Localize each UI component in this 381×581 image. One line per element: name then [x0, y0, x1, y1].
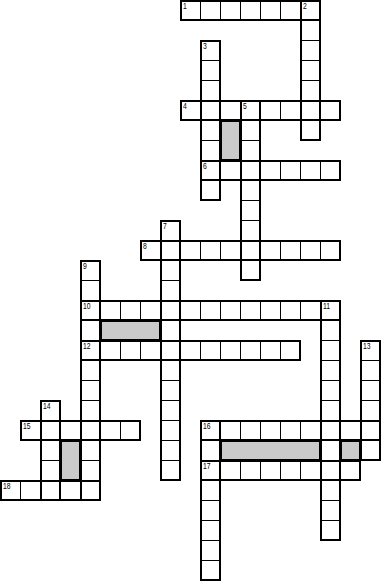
- grid-cell[interactable]: [300, 60, 321, 81]
- grid-cell[interactable]: [240, 240, 261, 261]
- grid-cell[interactable]: [80, 420, 101, 441]
- grid-cell[interactable]: [100, 420, 121, 441]
- grid-cell[interactable]: [160, 440, 181, 461]
- grid-cell[interactable]: [160, 260, 181, 281]
- grid-cell[interactable]: [20, 420, 41, 441]
- grid-cell[interactable]: [200, 120, 221, 141]
- grid-cell[interactable]: [180, 0, 201, 21]
- grid-cell[interactable]: [80, 280, 101, 301]
- grid-cell[interactable]: [80, 320, 101, 341]
- grid-cell[interactable]: [360, 360, 381, 381]
- grid-cell[interactable]: [80, 360, 101, 381]
- grid-cell[interactable]: [320, 500, 341, 521]
- grid-cell[interactable]: [240, 260, 261, 281]
- grid-cell[interactable]: [320, 400, 341, 421]
- grid-cell[interactable]: [60, 420, 81, 441]
- grid-cell[interactable]: [40, 480, 61, 501]
- grid-cell[interactable]: [200, 40, 221, 61]
- grid-cell[interactable]: [240, 420, 261, 441]
- grid-cell[interactable]: [320, 480, 341, 501]
- grid-cell[interactable]: [280, 0, 301, 21]
- grid-cell[interactable]: [180, 100, 201, 121]
- grid-cell[interactable]: [280, 100, 301, 121]
- grid-cell[interactable]: [200, 60, 221, 81]
- grid-cell[interactable]: [180, 300, 201, 321]
- grid-cell[interactable]: [80, 480, 101, 501]
- grid-cell[interactable]: [20, 480, 41, 501]
- grid-cell[interactable]: [160, 400, 181, 421]
- grid-cell[interactable]: [220, 0, 241, 21]
- grid-cell[interactable]: [200, 180, 221, 201]
- grid-cell[interactable]: [160, 420, 181, 441]
- grid-cell[interactable]: [320, 360, 341, 381]
- grid-cell[interactable]: [280, 460, 301, 481]
- grid-cell[interactable]: [200, 420, 221, 441]
- grid-cell[interactable]: [160, 220, 181, 241]
- grid-cell[interactable]: [260, 340, 281, 361]
- grid-cell[interactable]: [360, 380, 381, 401]
- grid-cell[interactable]: [140, 240, 161, 261]
- crossword-board: 123456789101112131415161718: [0, 0, 381, 581]
- grid-cell[interactable]: [360, 440, 381, 461]
- grid-cell[interactable]: [100, 300, 121, 321]
- grid-cell[interactable]: [320, 240, 341, 261]
- grid-cell[interactable]: [200, 540, 221, 561]
- grid-cell[interactable]: [200, 300, 221, 321]
- filler-block: [220, 440, 321, 461]
- grid-cell[interactable]: [240, 180, 261, 201]
- grid-cell[interactable]: [320, 340, 341, 361]
- grid-cell[interactable]: [200, 560, 221, 581]
- grid-cell[interactable]: [320, 520, 341, 541]
- grid-cell[interactable]: [160, 360, 181, 381]
- grid-cell[interactable]: [280, 300, 301, 321]
- grid-cell[interactable]: [200, 140, 221, 161]
- grid-cell[interactable]: [320, 420, 341, 441]
- grid-cell[interactable]: [160, 320, 181, 341]
- grid-cell[interactable]: [200, 80, 221, 101]
- grid-cell[interactable]: [240, 200, 261, 221]
- grid-cell[interactable]: [160, 340, 181, 361]
- grid-cell[interactable]: [180, 340, 201, 361]
- grid-cell[interactable]: [260, 460, 281, 481]
- grid-cell[interactable]: [40, 400, 61, 421]
- grid-cell[interactable]: [240, 160, 261, 181]
- grid-cell[interactable]: [0, 480, 21, 501]
- grid-cell[interactable]: [300, 40, 321, 61]
- grid-cell[interactable]: [240, 120, 261, 141]
- grid-cell[interactable]: [180, 240, 201, 261]
- grid-cell[interactable]: [220, 160, 241, 181]
- grid-cell[interactable]: [300, 100, 321, 121]
- grid-cell[interactable]: [200, 520, 221, 541]
- grid-cell[interactable]: [160, 240, 181, 261]
- grid-cell[interactable]: [220, 460, 241, 481]
- grid-cell[interactable]: [40, 440, 61, 461]
- grid-cell[interactable]: [60, 480, 81, 501]
- grid-cell[interactable]: [340, 420, 361, 441]
- grid-cell[interactable]: [80, 300, 101, 321]
- grid-cell[interactable]: [300, 420, 321, 441]
- grid-cell[interactable]: [100, 340, 121, 361]
- grid-cell[interactable]: [320, 100, 341, 121]
- grid-cell[interactable]: [360, 420, 381, 441]
- grid-cell[interactable]: [120, 420, 141, 441]
- grid-cell[interactable]: [200, 460, 221, 481]
- grid-cell[interactable]: [220, 300, 241, 321]
- grid-cell[interactable]: [200, 0, 221, 21]
- grid-cell[interactable]: [240, 100, 261, 121]
- grid-cell[interactable]: [200, 480, 221, 501]
- grid-cell[interactable]: [160, 460, 181, 481]
- grid-cell[interactable]: [340, 460, 361, 481]
- grid-cell[interactable]: [300, 120, 321, 141]
- grid-cell[interactable]: [120, 300, 141, 321]
- grid-cell[interactable]: [140, 340, 161, 361]
- grid-cell[interactable]: [260, 0, 281, 21]
- grid-cell[interactable]: [80, 440, 101, 461]
- grid-cell[interactable]: [240, 460, 261, 481]
- grid-cell[interactable]: [160, 300, 181, 321]
- grid-cell[interactable]: [200, 160, 221, 181]
- grid-cell[interactable]: [240, 0, 261, 21]
- grid-cell[interactable]: [80, 400, 101, 421]
- grid-cell[interactable]: [160, 380, 181, 401]
- grid-cell[interactable]: [260, 240, 281, 261]
- grid-cell[interactable]: [80, 460, 101, 481]
- grid-cell[interactable]: [320, 160, 341, 181]
- grid-cell[interactable]: [260, 420, 281, 441]
- filler-block: [100, 320, 161, 341]
- grid-cell[interactable]: [240, 220, 261, 241]
- grid-cell[interactable]: [320, 460, 341, 481]
- grid-cell[interactable]: [220, 240, 241, 261]
- grid-cell[interactable]: [40, 420, 61, 441]
- grid-cell[interactable]: [240, 300, 261, 321]
- grid-cell[interactable]: [300, 0, 321, 21]
- grid-cell[interactable]: [140, 300, 161, 321]
- grid-cell[interactable]: [280, 420, 301, 441]
- grid-cell[interactable]: [300, 20, 321, 41]
- grid-cell[interactable]: [300, 80, 321, 101]
- grid-cell[interactable]: [200, 100, 221, 121]
- grid-cell[interactable]: [280, 160, 301, 181]
- grid-cell[interactable]: [40, 460, 61, 481]
- grid-cell[interactable]: [300, 460, 321, 481]
- grid-cell[interactable]: [300, 240, 321, 261]
- grid-cell[interactable]: [80, 380, 101, 401]
- grid-cell[interactable]: [120, 340, 141, 361]
- grid-cell[interactable]: [200, 440, 221, 461]
- filler-block: [340, 440, 361, 461]
- grid-cell[interactable]: [200, 340, 221, 361]
- grid-cell[interactable]: [260, 160, 281, 181]
- grid-cell[interactable]: [240, 140, 261, 161]
- grid-cell[interactable]: [220, 420, 241, 441]
- grid-cell[interactable]: [160, 280, 181, 301]
- grid-cell[interactable]: [320, 440, 341, 461]
- grid-cell[interactable]: [200, 240, 221, 261]
- grid-cell[interactable]: [80, 260, 101, 281]
- grid-cell[interactable]: [280, 340, 301, 361]
- grid-cell[interactable]: [220, 340, 241, 361]
- grid-cell[interactable]: [220, 100, 241, 121]
- filler-block: [60, 440, 81, 481]
- grid-cell[interactable]: [360, 340, 381, 361]
- grid-cell[interactable]: [200, 500, 221, 521]
- grid-cell[interactable]: [240, 340, 261, 361]
- grid-cell[interactable]: [360, 400, 381, 421]
- grid-cell[interactable]: [260, 300, 281, 321]
- grid-cell[interactable]: [260, 100, 281, 121]
- grid-cell[interactable]: [300, 300, 321, 321]
- grid-cell[interactable]: [280, 240, 301, 261]
- grid-cell[interactable]: [300, 160, 321, 181]
- grid-cell[interactable]: [320, 380, 341, 401]
- filler-block: [220, 120, 241, 161]
- grid-cell[interactable]: [320, 300, 341, 321]
- grid-cell[interactable]: [80, 340, 101, 361]
